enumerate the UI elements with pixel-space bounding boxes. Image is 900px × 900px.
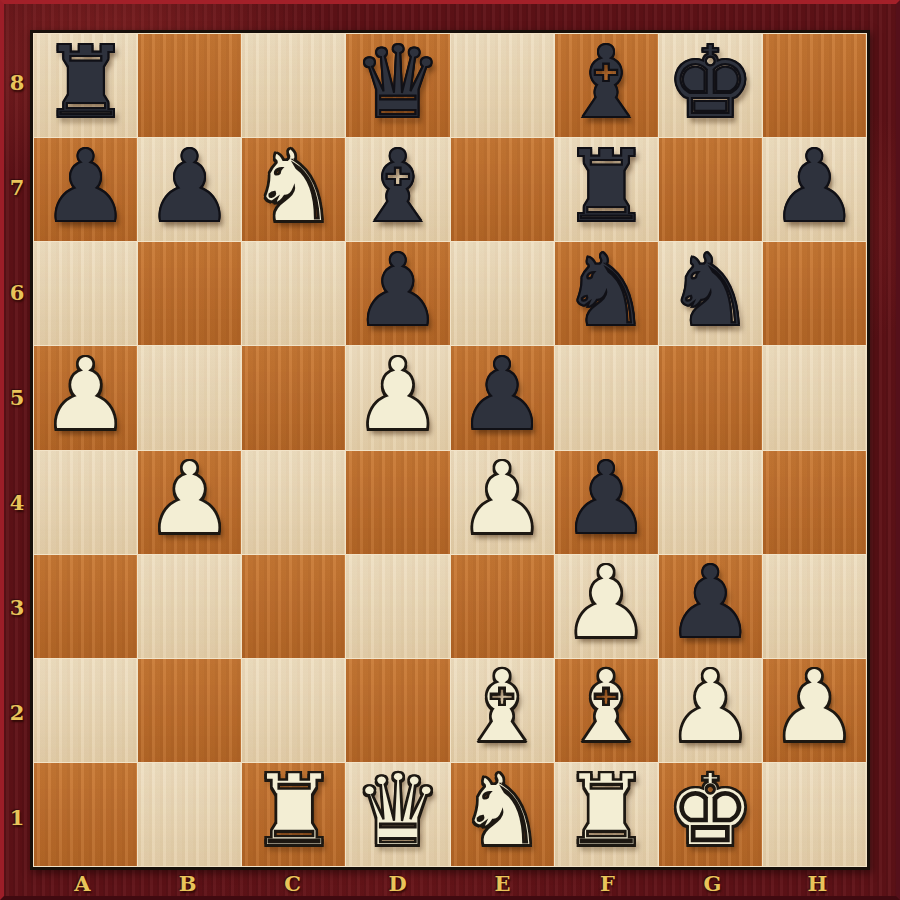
square-e6[interactable] <box>451 242 554 345</box>
square-d4[interactable] <box>346 451 449 554</box>
rank-label-6: 6 <box>4 240 30 345</box>
piece-white-king-g1[interactable]: ♚ <box>665 763 755 862</box>
piece-white-knight-e1[interactable]: ♞ <box>457 763 547 862</box>
piece-white-pawn-f3[interactable]: ♟ <box>561 555 651 654</box>
file-label-h: H <box>765 870 870 896</box>
square-b4[interactable]: ♟ <box>138 451 241 554</box>
square-f3[interactable]: ♟ <box>555 555 658 658</box>
square-c1[interactable]: ♜ <box>242 763 345 866</box>
square-g1[interactable]: ♚ <box>659 763 762 866</box>
square-e8[interactable] <box>451 34 554 137</box>
square-c8[interactable] <box>242 34 345 137</box>
piece-black-pawn-g3[interactable]: ♟ <box>665 555 755 654</box>
square-h1[interactable] <box>763 763 866 866</box>
square-d8[interactable]: ♛ <box>346 34 449 137</box>
piece-white-queen-d1[interactable]: ♛ <box>353 763 443 862</box>
piece-white-pawn-e4[interactable]: ♟ <box>457 451 547 550</box>
piece-black-rook-a8[interactable]: ♜ <box>41 34 131 133</box>
square-b8[interactable] <box>138 34 241 137</box>
file-label-e: E <box>450 870 555 896</box>
piece-white-rook-f1[interactable]: ♜ <box>561 763 651 862</box>
square-d3[interactable] <box>346 555 449 658</box>
square-e5[interactable]: ♟ <box>451 346 554 449</box>
file-label-d: D <box>345 870 450 896</box>
piece-white-pawn-g2[interactable]: ♟ <box>665 659 755 758</box>
square-c4[interactable] <box>242 451 345 554</box>
square-a7[interactable]: ♟ <box>34 138 137 241</box>
square-g4[interactable] <box>659 451 762 554</box>
file-label-g: G <box>660 870 765 896</box>
square-g6[interactable]: ♞ <box>659 242 762 345</box>
square-e3[interactable] <box>451 555 554 658</box>
square-c5[interactable] <box>242 346 345 449</box>
rank-label-7: 7 <box>4 135 30 240</box>
square-c6[interactable] <box>242 242 345 345</box>
piece-black-pawn-e5[interactable]: ♟ <box>457 346 547 445</box>
square-f5[interactable] <box>555 346 658 449</box>
rank-label-1: 1 <box>4 765 30 870</box>
square-g2[interactable]: ♟ <box>659 659 762 762</box>
square-a4[interactable] <box>34 451 137 554</box>
square-e2[interactable]: ♝ <box>451 659 554 762</box>
piece-black-knight-g6[interactable]: ♞ <box>665 242 755 341</box>
square-e4[interactable]: ♟ <box>451 451 554 554</box>
square-h3[interactable] <box>763 555 866 658</box>
square-a2[interactable] <box>34 659 137 762</box>
piece-black-pawn-f4[interactable]: ♟ <box>561 451 651 550</box>
square-d7[interactable]: ♝ <box>346 138 449 241</box>
square-b5[interactable] <box>138 346 241 449</box>
square-h6[interactable] <box>763 242 866 345</box>
square-h4[interactable] <box>763 451 866 554</box>
rank-label-5: 5 <box>4 345 30 450</box>
square-c3[interactable] <box>242 555 345 658</box>
rank-label-4: 4 <box>4 450 30 555</box>
piece-black-bishop-d7[interactable]: ♝ <box>353 138 443 237</box>
square-h8[interactable] <box>763 34 866 137</box>
piece-black-rook-f7[interactable]: ♜ <box>561 138 651 237</box>
rank-label-2: 2 <box>4 660 30 765</box>
square-g5[interactable] <box>659 346 762 449</box>
piece-black-king-g8[interactable]: ♚ <box>665 34 755 133</box>
rank-labels: 8 7 6 5 4 3 2 1 <box>4 30 30 870</box>
square-d6[interactable]: ♟ <box>346 242 449 345</box>
piece-white-pawn-b4[interactable]: ♟ <box>145 451 235 550</box>
square-c2[interactable] <box>242 659 345 762</box>
square-d5[interactable]: ♟ <box>346 346 449 449</box>
chess-board: ♜♛♝♚♟♟♞♝♜♟♟♞♞♟♟♟♟♟♟♟♟♝♝♟♟♜♛♞♜♚ <box>30 30 870 870</box>
square-f6[interactable]: ♞ <box>555 242 658 345</box>
piece-white-pawn-h2[interactable]: ♟ <box>770 659 860 758</box>
chess-board-grid: ♜♛♝♚♟♟♞♝♜♟♟♞♞♟♟♟♟♟♟♟♟♝♝♟♟♜♛♞♜♚ <box>34 34 866 866</box>
piece-white-rook-c1[interactable]: ♜ <box>249 763 339 862</box>
piece-black-pawn-h7[interactable]: ♟ <box>770 138 860 237</box>
square-g3[interactable]: ♟ <box>659 555 762 658</box>
square-h5[interactable] <box>763 346 866 449</box>
piece-white-pawn-a5[interactable]: ♟ <box>41 346 131 445</box>
square-b2[interactable] <box>138 659 241 762</box>
piece-black-queen-d8[interactable]: ♛ <box>353 34 443 133</box>
piece-black-bishop-f8[interactable]: ♝ <box>561 34 651 133</box>
piece-white-pawn-d5[interactable]: ♟ <box>353 346 443 445</box>
piece-black-pawn-d6[interactable]: ♟ <box>353 242 443 341</box>
square-g7[interactable] <box>659 138 762 241</box>
piece-black-pawn-b7[interactable]: ♟ <box>145 138 235 237</box>
file-label-f: F <box>555 870 660 896</box>
square-c7[interactable]: ♞ <box>242 138 345 241</box>
square-g8[interactable]: ♚ <box>659 34 762 137</box>
piece-black-knight-f6[interactable]: ♞ <box>561 242 651 341</box>
square-b3[interactable] <box>138 555 241 658</box>
square-f7[interactable]: ♜ <box>555 138 658 241</box>
square-d2[interactable] <box>346 659 449 762</box>
piece-white-knight-c7[interactable]: ♞ <box>249 138 339 237</box>
square-f4[interactable]: ♟ <box>555 451 658 554</box>
square-f1[interactable]: ♜ <box>555 763 658 866</box>
file-label-b: B <box>135 870 240 896</box>
square-f2[interactable]: ♝ <box>555 659 658 762</box>
rank-label-3: 3 <box>4 555 30 660</box>
square-a8[interactable]: ♜ <box>34 34 137 137</box>
piece-white-bishop-f2[interactable]: ♝ <box>561 659 651 758</box>
rank-label-8: 8 <box>4 30 30 135</box>
board-frame: 8 7 6 5 4 3 2 1 ♜♛♝♚♟♟♞♝♜♟♟♞♞♟♟♟♟♟♟♟♟♝♝♟… <box>0 0 900 900</box>
file-label-a: A <box>30 870 135 896</box>
square-a5[interactable]: ♟ <box>34 346 137 449</box>
square-h7[interactable]: ♟ <box>763 138 866 241</box>
piece-black-pawn-a7[interactable]: ♟ <box>41 138 131 237</box>
file-label-c: C <box>240 870 345 896</box>
square-b7[interactable]: ♟ <box>138 138 241 241</box>
file-labels: A B C D E F G H <box>30 870 870 896</box>
square-b1[interactable] <box>138 763 241 866</box>
square-a3[interactable] <box>34 555 137 658</box>
piece-white-bishop-e2[interactable]: ♝ <box>457 659 547 758</box>
square-d1[interactable]: ♛ <box>346 763 449 866</box>
square-f8[interactable]: ♝ <box>555 34 658 137</box>
square-e1[interactable]: ♞ <box>451 763 554 866</box>
square-b6[interactable] <box>138 242 241 345</box>
square-a1[interactable] <box>34 763 137 866</box>
square-e7[interactable] <box>451 138 554 241</box>
square-h2[interactable]: ♟ <box>763 659 866 762</box>
square-a6[interactable] <box>34 242 137 345</box>
